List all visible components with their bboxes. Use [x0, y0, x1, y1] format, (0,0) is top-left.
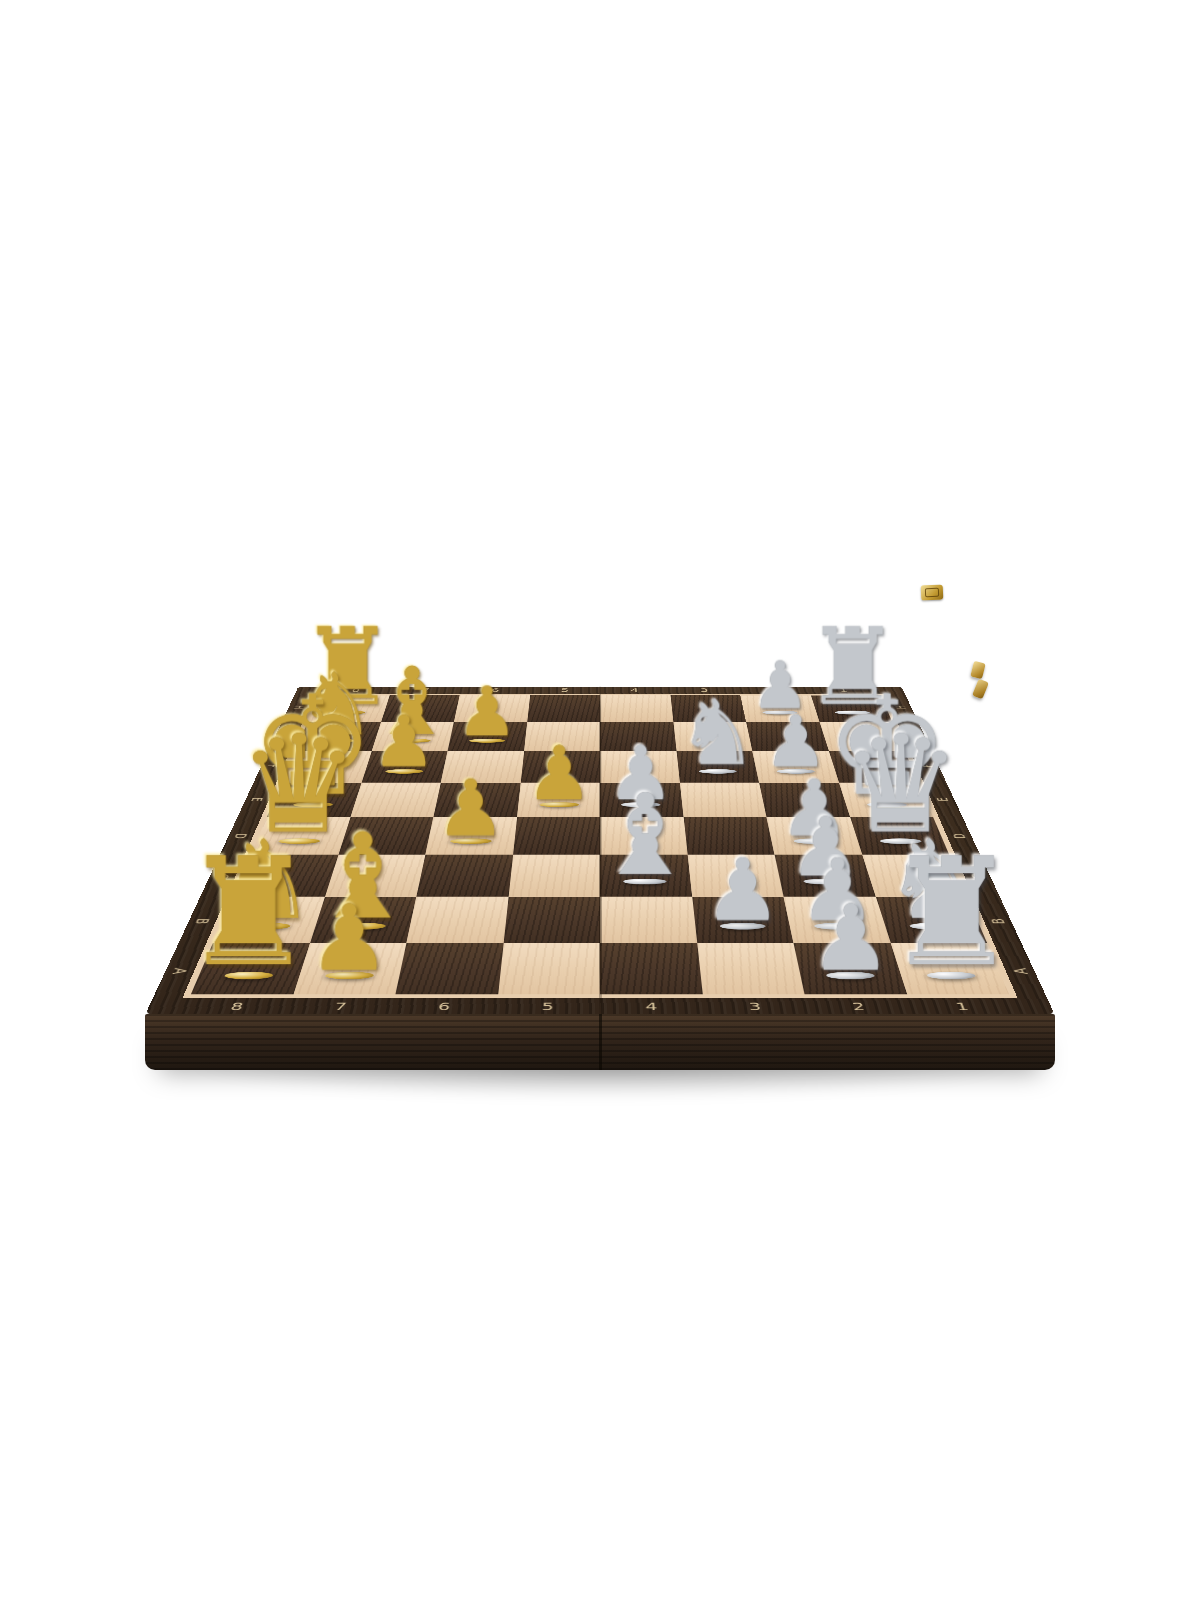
clasp-plate-icon — [970, 661, 986, 679]
square-c4[interactable]: ♝ — [600, 855, 692, 897]
coord-label-2: 2 — [806, 1001, 913, 1013]
gold-pawn-g6[interactable]: ♟ — [457, 683, 518, 741]
silver-pawn-a2[interactable]: ♟ — [810, 899, 892, 977]
square-g6[interactable]: ♟ — [448, 722, 527, 751]
board-front-edge — [145, 1014, 1055, 1070]
silver-pawn-b3[interactable]: ♟ — [704, 854, 781, 927]
square-d5[interactable] — [513, 817, 600, 855]
square-a8[interactable]: ♜ — [191, 943, 310, 994]
square-h4[interactable] — [600, 695, 673, 722]
gold-pawn-d6[interactable]: ♟ — [436, 776, 506, 842]
silver-bishop-c4[interactable]: ♝ — [595, 787, 696, 882]
brand-emblem — [921, 585, 944, 601]
coord-label-4: 4 — [600, 687, 670, 692]
coord-label-1: 1 — [909, 1001, 1017, 1013]
square-h5[interactable] — [527, 695, 600, 722]
square-b5[interactable] — [503, 897, 600, 943]
coord-label-5: 5 — [496, 1001, 600, 1013]
square-a3[interactable] — [697, 943, 805, 994]
chess-board: 87654321 HGFEDCBA ♜♟♜♞♝♟♟♞♟♚♟♟♚♛♟♟♛♝♟♞♝♟… — [145, 687, 1055, 1015]
square-a1[interactable]: ♜ — [890, 943, 1009, 994]
square-b4[interactable] — [600, 897, 697, 943]
gold-pawn-e5[interactable]: ♟ — [526, 742, 593, 805]
coord-label-3: 3 — [703, 1001, 808, 1013]
square-a7[interactable]: ♟ — [293, 943, 406, 994]
coord-label-7: 7 — [287, 1001, 394, 1013]
square-c6[interactable] — [416, 855, 512, 897]
fold-seam-front — [599, 1014, 602, 1070]
coord-label-6: 6 — [392, 1001, 497, 1013]
coord-label-4: 4 — [600, 1001, 704, 1013]
brass-clasp[interactable] — [966, 662, 992, 702]
square-b6[interactable] — [406, 897, 508, 943]
square-a5[interactable] — [498, 943, 600, 994]
clasp-hook-icon — [972, 679, 989, 700]
silver-knight-f3[interactable]: ♞ — [677, 695, 758, 772]
coord-label-8: 8 — [183, 1001, 291, 1013]
square-b3[interactable]: ♟ — [692, 897, 794, 943]
square-c5[interactable] — [508, 855, 600, 897]
silver-rook-a1[interactable]: ♜ — [885, 850, 1018, 977]
product-photo: 87654321 HGFEDCBA ♜♟♜♞♝♟♟♞♟♚♟♟♚♛♟♟♛♝♟♞♝♟… — [0, 0, 1200, 1600]
square-d6[interactable]: ♟ — [425, 817, 516, 855]
gold-pawn-a7[interactable]: ♟ — [308, 899, 390, 977]
square-a4[interactable] — [600, 943, 702, 994]
gold-rook-a8[interactable]: ♜ — [182, 850, 315, 977]
square-a6[interactable] — [395, 943, 503, 994]
coord-label-5: 5 — [530, 687, 600, 692]
gold-pawn-f7[interactable]: ♟ — [372, 711, 436, 772]
square-e5[interactable]: ♟ — [517, 783, 600, 817]
